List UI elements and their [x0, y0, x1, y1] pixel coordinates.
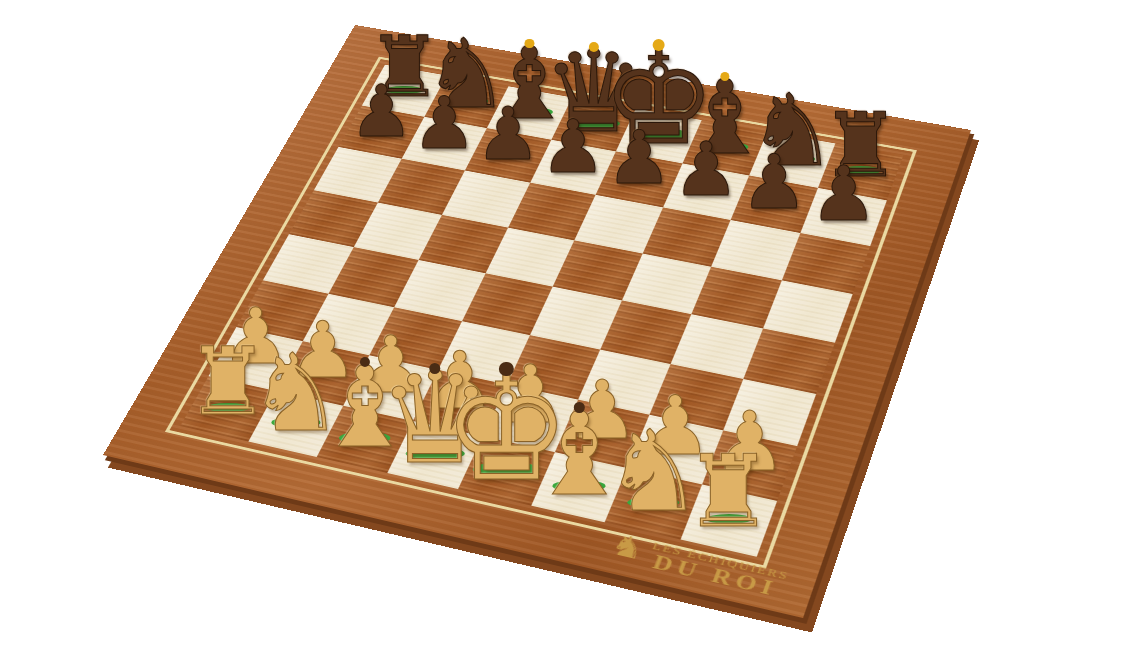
piece-white-rook-h1[interactable]: ♜ [679, 442, 779, 542]
felt-base [826, 212, 861, 220]
piece-black-pawn-e7[interactable]: ♟ [602, 121, 676, 195]
felt-base [622, 175, 656, 182]
piece-black-pawn-a7[interactable]: ♟ [346, 76, 417, 147]
felt-base [365, 128, 398, 135]
finial-dark [499, 362, 513, 376]
felt-base [428, 139, 461, 146]
piece-black-pawn-g7[interactable]: ♟ [737, 145, 812, 220]
piece-black-pawn-c7[interactable]: ♟ [472, 98, 545, 171]
piece-black-pawn-d7[interactable]: ♟ [536, 110, 609, 183]
finial-gold [525, 39, 534, 48]
felt-base [491, 151, 524, 158]
piece-black-pawn-h7[interactable]: ♟ [806, 157, 882, 233]
felt-base [556, 163, 590, 170]
felt-base [689, 187, 723, 194]
brand-line2: DU ROI [650, 552, 780, 600]
felt-base [628, 497, 679, 508]
felt-base [706, 514, 752, 524]
finial-gold [720, 72, 729, 81]
finial-gold [652, 39, 665, 52]
product-photo-scene: ♞ LES ÉCHIQUIERS DU ROI ♜♞♝♛♚♝♞♜♟♟♟♟♟♟♟♟… [0, 0, 1129, 652]
finial-dark [574, 402, 584, 412]
piece-black-pawn-f7[interactable]: ♟ [669, 133, 743, 207]
felt-base [757, 200, 792, 208]
finial-dark [360, 357, 370, 367]
piece-black-pawn-b7[interactable]: ♟ [408, 87, 480, 159]
